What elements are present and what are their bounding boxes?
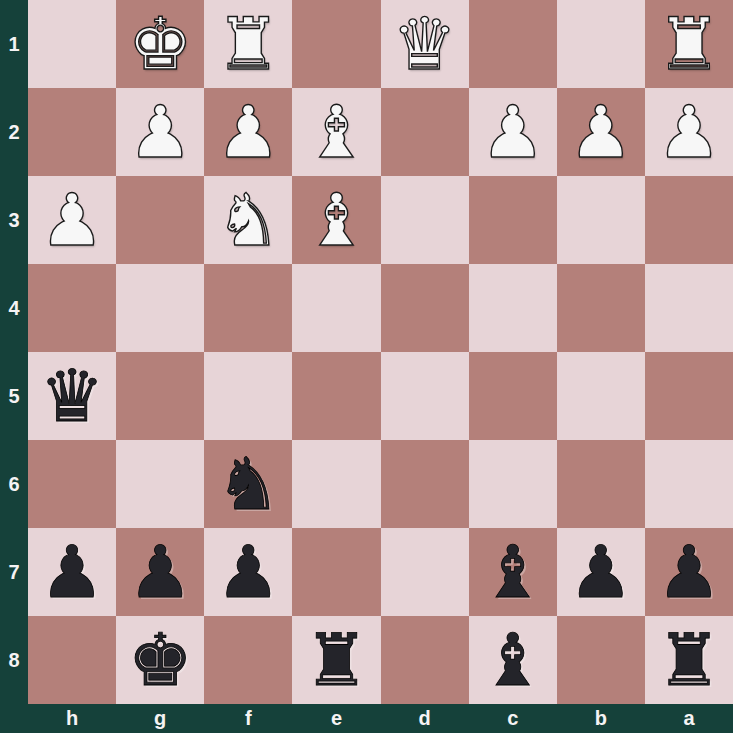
white-pawn[interactable]: ♟ [40, 176, 105, 264]
file-label-b: b [557, 704, 645, 733]
square-c3[interactable] [469, 176, 557, 264]
frame-corner [0, 704, 28, 733]
square-b3[interactable] [557, 176, 645, 264]
square-f7[interactable]: ♟ [204, 528, 292, 616]
square-h2[interactable] [28, 88, 116, 176]
square-g2[interactable]: ♟ [116, 88, 204, 176]
file-label-d: d [381, 704, 469, 733]
square-b4[interactable] [557, 264, 645, 352]
file-label-f: f [204, 704, 292, 733]
chess-board: 1♚♜♛♜2♟♟♝♟♟♟3♟♞♝45♛6♞7♟♟♟♝♟♟8♚♜♝♜hgfedcb… [0, 0, 733, 733]
black-rook[interactable]: ♜ [304, 616, 369, 704]
square-a4[interactable] [645, 264, 733, 352]
file-label-c: c [469, 704, 557, 733]
square-h1[interactable] [28, 0, 116, 88]
square-e1[interactable] [292, 0, 380, 88]
square-b8[interactable] [557, 616, 645, 704]
square-c5[interactable] [469, 352, 557, 440]
square-a2[interactable]: ♟ [645, 88, 733, 176]
white-rook[interactable]: ♜ [216, 0, 281, 88]
black-rook[interactable]: ♜ [657, 616, 722, 704]
square-b1[interactable] [557, 0, 645, 88]
square-d1[interactable]: ♛ [381, 0, 469, 88]
square-e6[interactable] [292, 440, 380, 528]
rank-label-2: 2 [0, 88, 28, 176]
square-f3[interactable]: ♞ [204, 176, 292, 264]
black-pawn[interactable]: ♟ [569, 528, 634, 616]
white-pawn[interactable]: ♟ [216, 88, 281, 176]
square-g5[interactable] [116, 352, 204, 440]
square-f2[interactable]: ♟ [204, 88, 292, 176]
square-d8[interactable] [381, 616, 469, 704]
file-label-g: g [116, 704, 204, 733]
rank-label-7: 7 [0, 528, 28, 616]
square-c2[interactable]: ♟ [469, 88, 557, 176]
white-pawn[interactable]: ♟ [657, 88, 722, 176]
black-pawn[interactable]: ♟ [40, 528, 105, 616]
square-c4[interactable] [469, 264, 557, 352]
square-e4[interactable] [292, 264, 380, 352]
square-c7[interactable]: ♝ [469, 528, 557, 616]
square-a7[interactable]: ♟ [645, 528, 733, 616]
square-h7[interactable]: ♟ [28, 528, 116, 616]
square-d3[interactable] [381, 176, 469, 264]
square-f8[interactable] [204, 616, 292, 704]
square-f4[interactable] [204, 264, 292, 352]
white-bishop[interactable]: ♝ [304, 88, 369, 176]
square-d7[interactable] [381, 528, 469, 616]
black-bishop[interactable]: ♝ [480, 528, 545, 616]
square-g1[interactable]: ♚ [116, 0, 204, 88]
white-pawn[interactable]: ♟ [569, 88, 634, 176]
square-b6[interactable] [557, 440, 645, 528]
square-c6[interactable] [469, 440, 557, 528]
square-a1[interactable]: ♜ [645, 0, 733, 88]
black-pawn[interactable]: ♟ [216, 528, 281, 616]
black-pawn[interactable]: ♟ [128, 528, 193, 616]
square-d6[interactable] [381, 440, 469, 528]
file-label-e: e [292, 704, 380, 733]
square-g4[interactable] [116, 264, 204, 352]
white-pawn[interactable]: ♟ [480, 88, 545, 176]
rank-label-3: 3 [0, 176, 28, 264]
square-a8[interactable]: ♜ [645, 616, 733, 704]
black-bishop[interactable]: ♝ [480, 616, 545, 704]
square-a6[interactable] [645, 440, 733, 528]
square-e5[interactable] [292, 352, 380, 440]
square-b5[interactable] [557, 352, 645, 440]
black-queen[interactable]: ♛ [40, 352, 105, 440]
square-d2[interactable] [381, 88, 469, 176]
white-pawn[interactable]: ♟ [128, 88, 193, 176]
square-g3[interactable] [116, 176, 204, 264]
square-h5[interactable]: ♛ [28, 352, 116, 440]
square-g7[interactable]: ♟ [116, 528, 204, 616]
square-b7[interactable]: ♟ [557, 528, 645, 616]
white-knight[interactable]: ♞ [216, 176, 281, 264]
square-f1[interactable]: ♜ [204, 0, 292, 88]
black-pawn[interactable]: ♟ [657, 528, 722, 616]
square-g6[interactable] [116, 440, 204, 528]
black-knight[interactable]: ♞ [216, 440, 281, 528]
white-king[interactable]: ♚ [128, 0, 193, 88]
white-queen[interactable]: ♛ [392, 0, 457, 88]
rank-label-6: 6 [0, 440, 28, 528]
square-e8[interactable]: ♜ [292, 616, 380, 704]
rank-label-4: 4 [0, 264, 28, 352]
square-h4[interactable] [28, 264, 116, 352]
square-h3[interactable]: ♟ [28, 176, 116, 264]
square-a5[interactable] [645, 352, 733, 440]
square-d4[interactable] [381, 264, 469, 352]
file-label-a: a [645, 704, 733, 733]
square-f5[interactable] [204, 352, 292, 440]
square-h6[interactable] [28, 440, 116, 528]
square-f6[interactable]: ♞ [204, 440, 292, 528]
square-g8[interactable]: ♚ [116, 616, 204, 704]
rank-label-8: 8 [0, 616, 28, 704]
square-h8[interactable] [28, 616, 116, 704]
square-b2[interactable]: ♟ [557, 88, 645, 176]
square-e2[interactable]: ♝ [292, 88, 380, 176]
square-c1[interactable] [469, 0, 557, 88]
rank-label-5: 5 [0, 352, 28, 440]
square-e7[interactable] [292, 528, 380, 616]
file-label-h: h [28, 704, 116, 733]
square-e3[interactable]: ♝ [292, 176, 380, 264]
white-rook[interactable]: ♜ [657, 0, 722, 88]
white-bishop[interactable]: ♝ [304, 176, 369, 264]
black-king[interactable]: ♚ [128, 616, 193, 704]
rank-label-1: 1 [0, 0, 28, 88]
square-c8[interactable]: ♝ [469, 616, 557, 704]
square-a3[interactable] [645, 176, 733, 264]
square-d5[interactable] [381, 352, 469, 440]
